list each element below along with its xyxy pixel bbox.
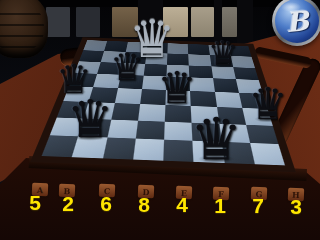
piece-black-queen-h3[interactable]: ♛ xyxy=(248,82,287,126)
solution-number-e: 4 xyxy=(176,193,188,217)
square-g5[interactable] xyxy=(213,78,239,92)
logo-sphere: B xyxy=(272,0,320,46)
game-scene: ♛♛♛♛♛♛♛♛ ABCDEFGH 52684173 B xyxy=(0,0,320,240)
logo-gloss-highlight xyxy=(281,2,301,12)
background-wall-patch xyxy=(76,7,100,37)
square-d2[interactable] xyxy=(135,120,164,140)
solution-number-a: 5 xyxy=(29,191,41,215)
solution-number-f: 1 xyxy=(214,194,226,218)
piece-white-queen-d8[interactable]: ♛ xyxy=(129,13,176,65)
solution-number-c: 6 xyxy=(100,192,112,216)
solution-number-g: 7 xyxy=(252,194,264,218)
piece-black-queen-e4[interactable]: ♛ xyxy=(157,66,196,110)
square-c4[interactable] xyxy=(114,88,141,104)
piece-black-queen-f1[interactable]: ♛ xyxy=(190,110,242,168)
solution-number-h: 3 xyxy=(290,195,302,219)
solution-number-d: 8 xyxy=(138,193,150,217)
square-h1[interactable] xyxy=(250,143,285,165)
barrel-ridges xyxy=(0,4,44,52)
square-e2[interactable] xyxy=(164,121,193,141)
piece-black-queen-g7[interactable]: ♛ xyxy=(208,36,238,70)
solution-number-b: 2 xyxy=(62,192,74,216)
piece-black-queen-b2[interactable]: ♛ xyxy=(67,93,114,145)
background-wall-patch xyxy=(46,7,70,37)
square-d1[interactable] xyxy=(133,139,164,161)
square-c3[interactable] xyxy=(111,103,140,120)
